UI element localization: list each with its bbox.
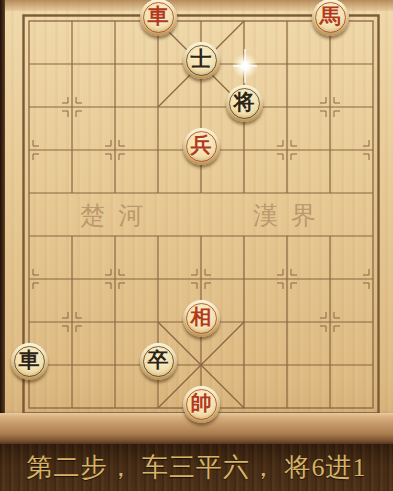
piece-red-chariot[interactable]: 車 xyxy=(140,0,177,36)
move-caption-bar: 第二步， 车三平六， 将6进1 xyxy=(0,444,393,491)
piece-black-chariot[interactable]: 車 xyxy=(11,343,48,380)
piece-glyph: 帥 xyxy=(191,393,212,415)
piece-glyph: 車 xyxy=(19,350,40,372)
piece-red-soldier[interactable]: 兵 xyxy=(183,128,220,165)
piece-glyph: 将 xyxy=(234,92,255,114)
pieces-layer: 車馬士将兵相車卒帥 xyxy=(0,0,393,443)
piece-red-horse[interactable]: 馬 xyxy=(312,0,349,36)
piece-glyph: 兵 xyxy=(191,135,212,157)
piece-black-soldier[interactable]: 卒 xyxy=(140,343,177,380)
move-caption: 第二步， 车三平六， 将6进1 xyxy=(27,450,367,485)
piece-glyph: 馬 xyxy=(320,6,341,28)
piece-black-advisor[interactable]: 士 xyxy=(183,42,220,79)
piece-glyph: 車 xyxy=(148,6,169,28)
piece-red-elephant[interactable]: 相 xyxy=(183,300,220,337)
xiangqi-app-screen: 楚河 漢界 車馬士将兵相車卒帥 第二步， 车三平六， 将6进1 xyxy=(0,0,393,491)
piece-glyph: 相 xyxy=(191,307,212,329)
piece-red-general[interactable]: 帥 xyxy=(183,386,220,423)
piece-glyph: 卒 xyxy=(148,350,169,372)
piece-glyph: 士 xyxy=(191,49,212,71)
piece-black-general[interactable]: 将 xyxy=(226,85,263,122)
